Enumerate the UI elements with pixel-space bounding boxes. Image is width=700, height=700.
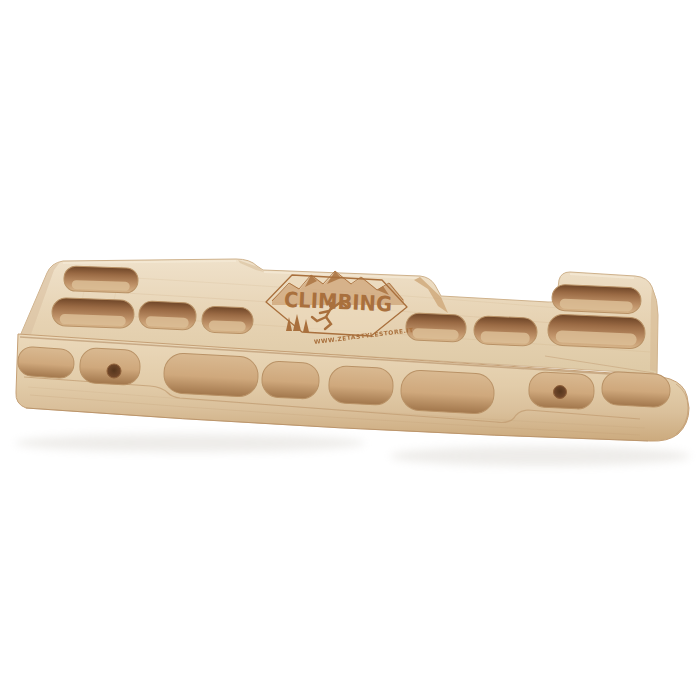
product-photo: Product photo of a light beech-wood clim…: [0, 0, 700, 700]
finger-hole-right: [554, 386, 567, 399]
rail-pocket-6: [400, 370, 495, 415]
rail-pocket-5: [328, 365, 394, 405]
finger-hole-left: [107, 364, 121, 378]
brand-text: CLIMBING: [284, 288, 393, 317]
rail-pocket-8: [601, 371, 671, 408]
rail-pocket-1: [17, 346, 75, 379]
rail-pocket-4: [261, 361, 320, 400]
rail-pocket-3: [163, 353, 259, 398]
hangboard-illustration: Product photo of a light beech-wood clim…: [0, 0, 700, 700]
